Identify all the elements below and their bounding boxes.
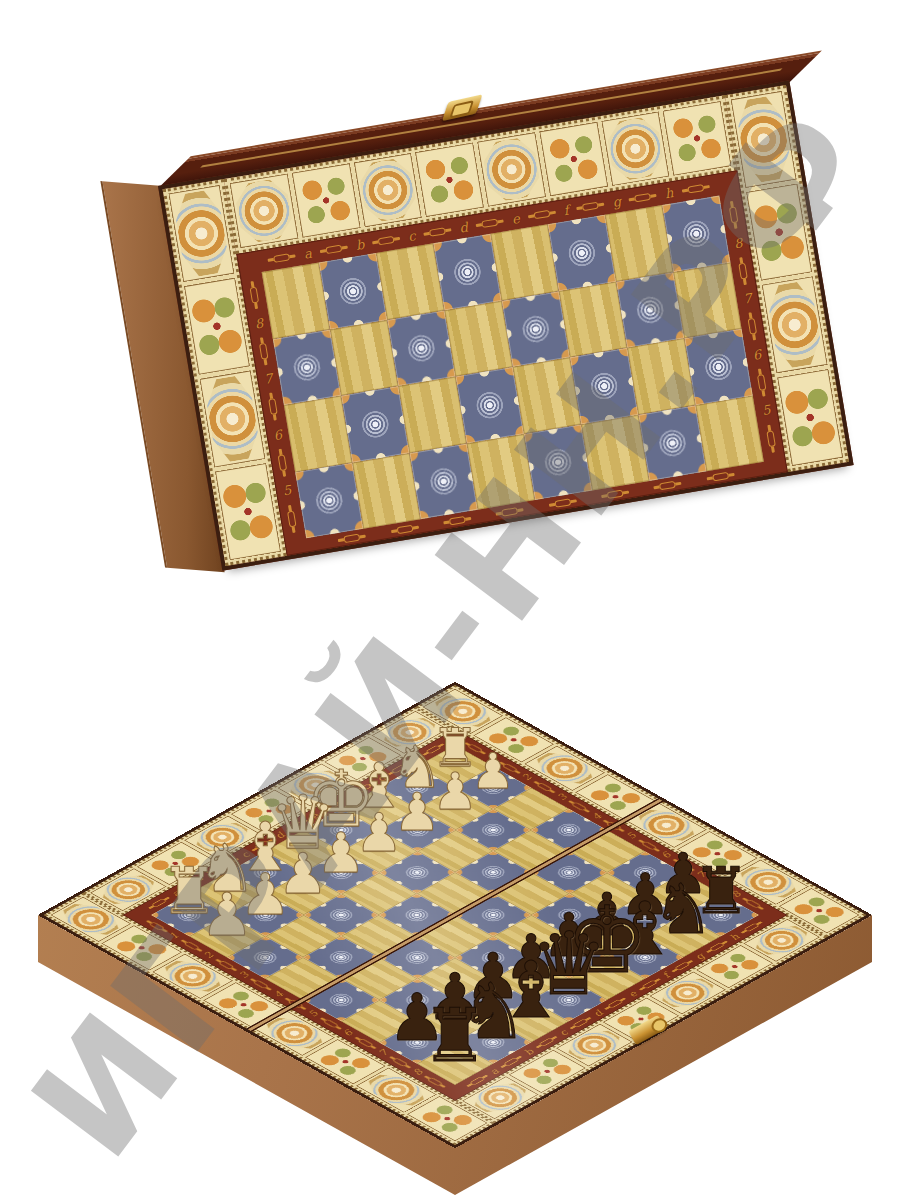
chess-pieces-layer: ♜♞♝♛♚♝♞♜♟♟♟♟♟♟♟♟♟♟♟♟♟♟♟♟♜♞♝♛♚♝♞♜ <box>0 0 900 1200</box>
chess-piece-white-p: ♟ <box>275 846 331 902</box>
chess-piece-white-p: ♟ <box>391 786 443 838</box>
chess-piece-black-p: ♟ <box>655 846 711 902</box>
product-photo: abcdefgh87658765 abcdefghabcdefgh1234567… <box>0 0 900 1200</box>
chess-piece-black-b: ♝ <box>492 951 570 1029</box>
chess-piece-black-p: ♟ <box>423 965 487 1029</box>
chess-piece-black-r: ♜ <box>689 859 753 923</box>
chess-piece-white-p: ♟ <box>430 766 481 817</box>
chess-piece-white-p: ♟ <box>197 885 256 944</box>
chess-piece-white-r: ♜ <box>157 859 221 923</box>
chess-piece-black-n: ♞ <box>649 875 718 944</box>
chess-piece-black-b: ♝ <box>609 892 682 965</box>
chess-piece-white-n: ♞ <box>194 836 260 902</box>
chess-piece-white-r: ♜ <box>429 721 482 774</box>
chess-piece-black-p: ♟ <box>384 985 449 1050</box>
chess-piece-black-p: ♟ <box>617 866 674 923</box>
chess-piece-white-p: ♟ <box>236 866 293 923</box>
chess-piece-black-q: ♛ <box>526 921 613 1008</box>
chess-piece-black-p: ♟ <box>501 926 562 987</box>
chess-piece-white-b: ♝ <box>348 755 410 817</box>
chess-piece-black-p: ♟ <box>578 885 637 944</box>
chess-piece-white-p: ♟ <box>469 747 518 796</box>
chess-piece-white-k: ♚ <box>302 760 380 838</box>
chess-piece-black-k: ♚ <box>561 895 653 987</box>
chess-piece-white-n: ♞ <box>388 738 446 796</box>
chess-piece-black-p: ♟ <box>462 945 525 1008</box>
chess-piece-black-p: ♟ <box>539 905 599 965</box>
chess-piece-black-r: ♜ <box>418 998 492 1072</box>
chess-piece-white-b: ♝ <box>231 814 298 881</box>
chess-piece-white-q: ♛ <box>266 785 340 859</box>
chess-piece-white-p: ♟ <box>352 806 405 859</box>
chess-piece-white-p: ♟ <box>313 826 368 881</box>
chess-piece-black-n: ♞ <box>455 973 532 1050</box>
